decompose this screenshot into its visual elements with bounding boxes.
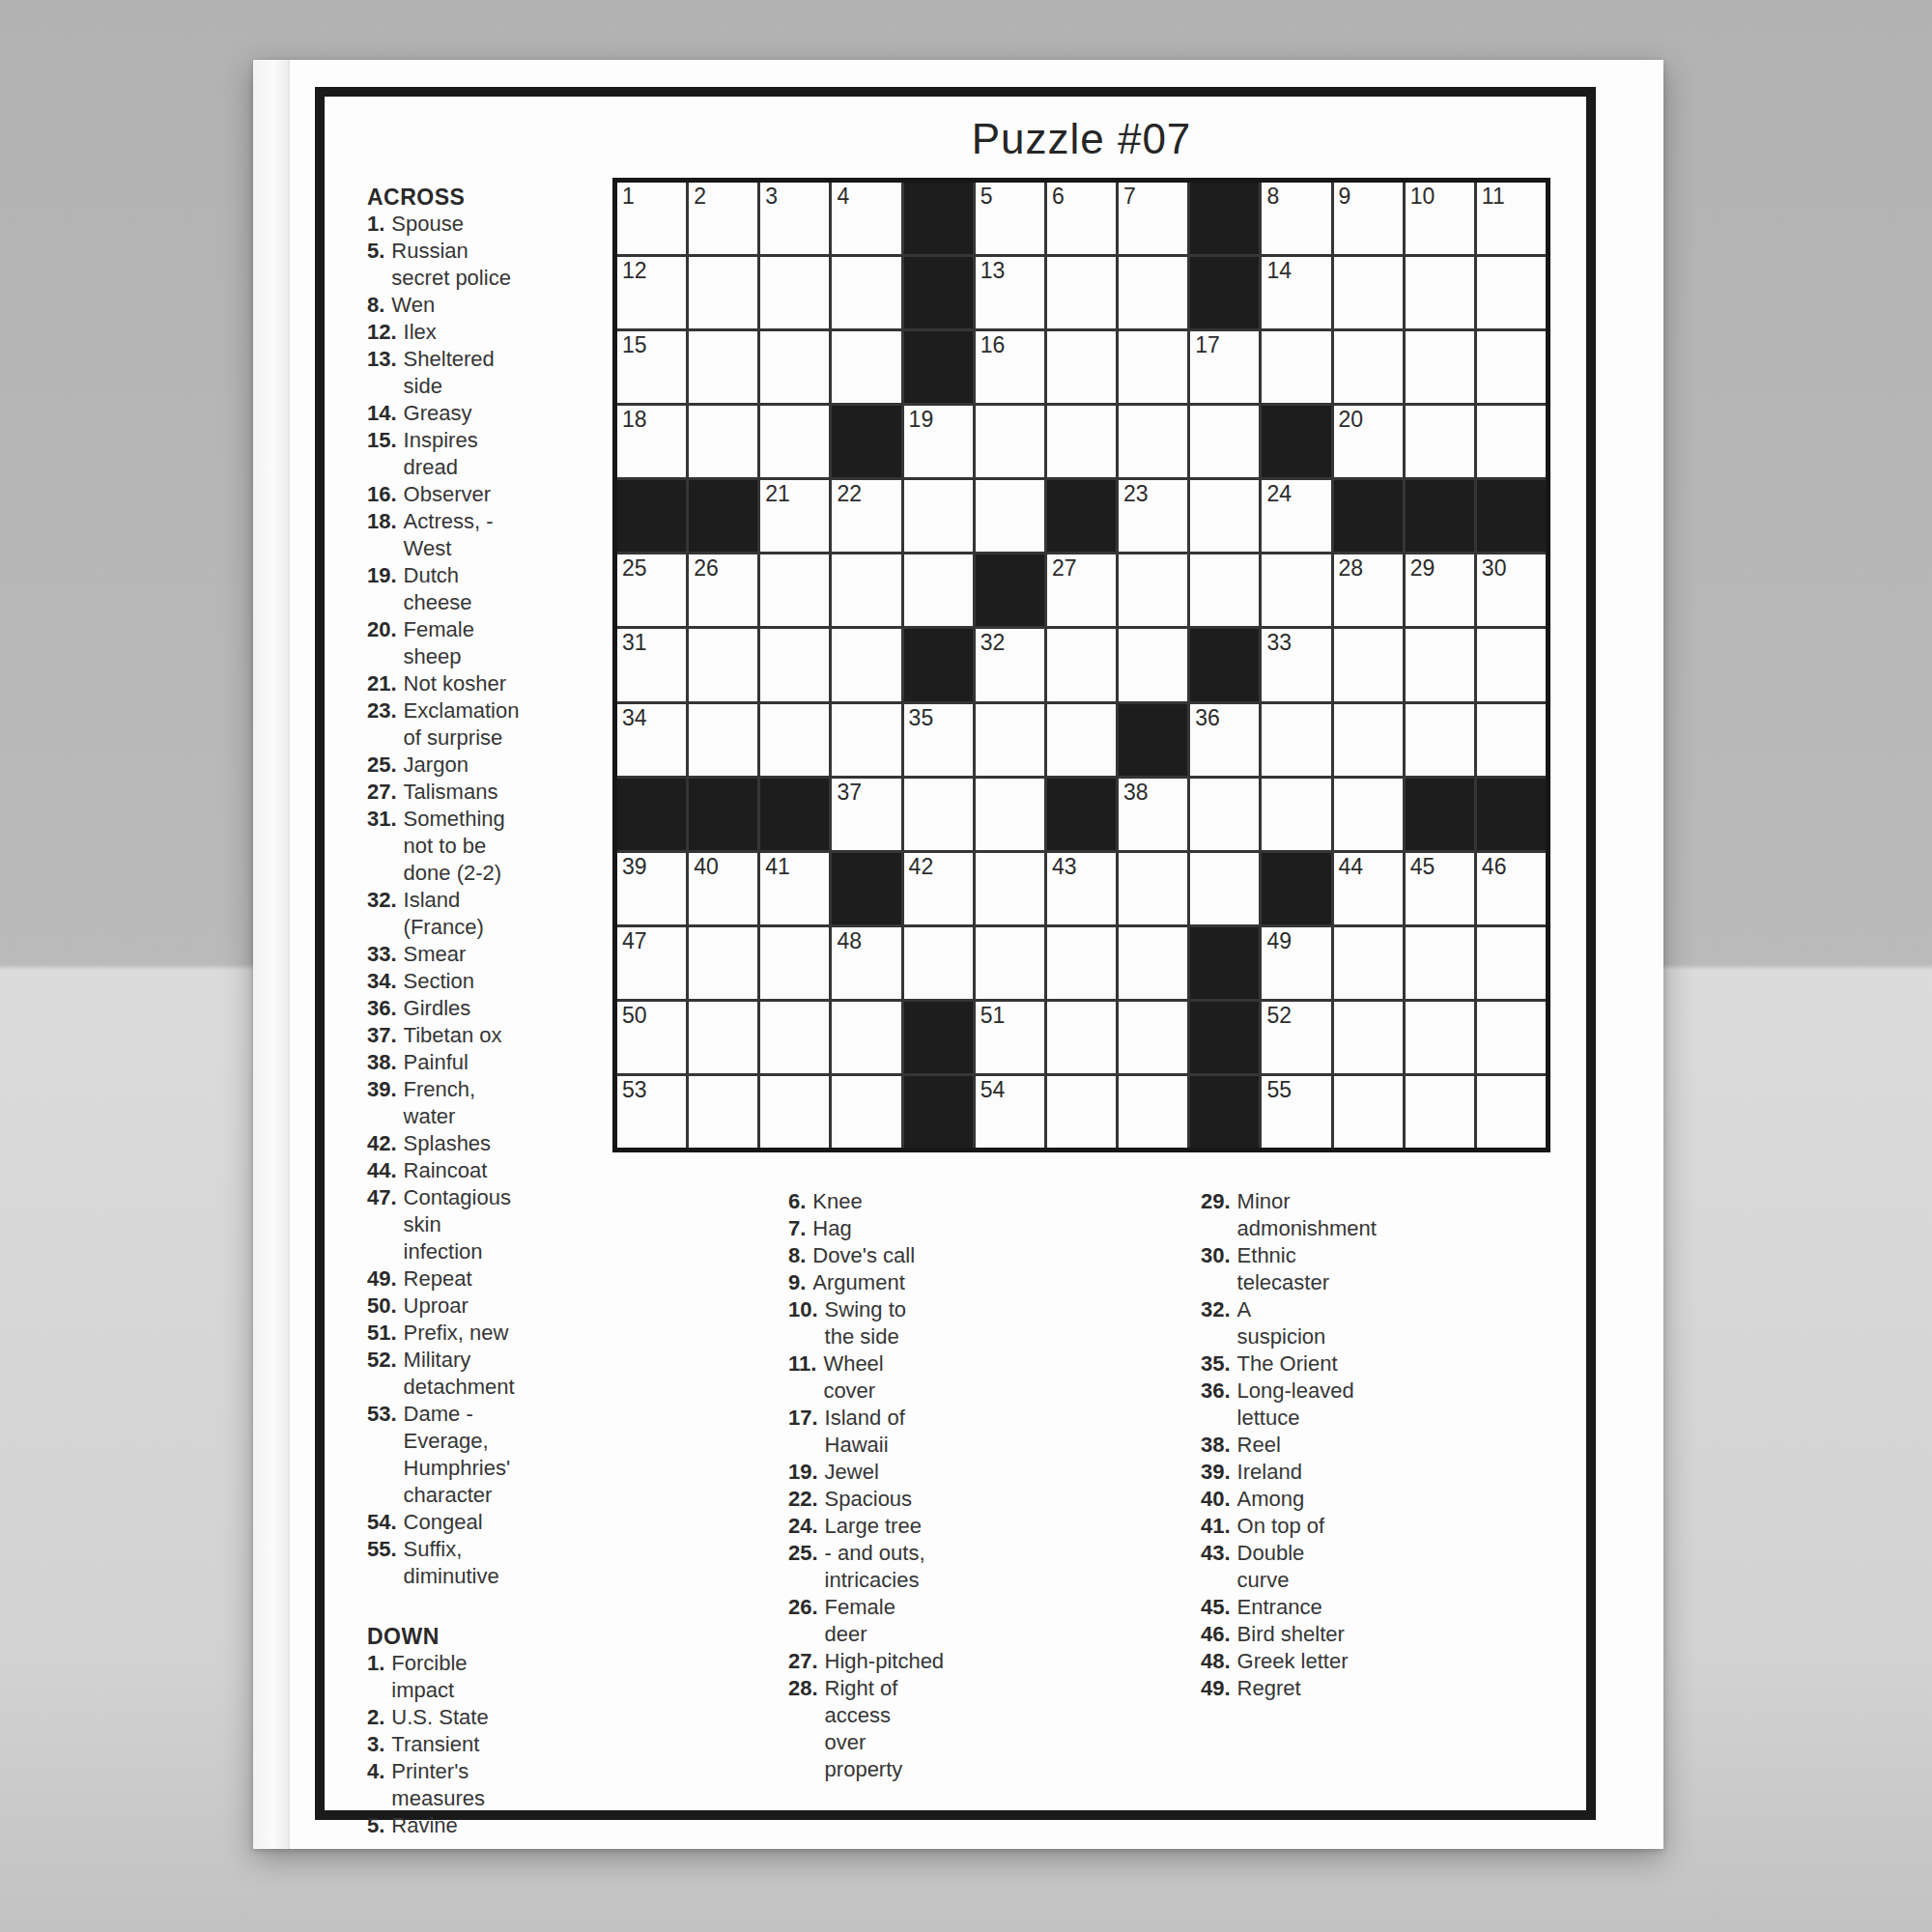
clue-text: Smear	[404, 941, 467, 968]
clue-text: Section	[404, 968, 474, 995]
grid-cell-black	[904, 1002, 973, 1073]
grid-cell	[832, 331, 900, 403]
grid-cell	[1119, 554, 1187, 626]
clue-text: Not kosher	[404, 670, 506, 697]
clue-number: 24.	[788, 1513, 818, 1540]
clue-number: 52.	[367, 1347, 397, 1374]
grid-cell	[689, 704, 757, 776]
clue-text: Minor admonishment	[1237, 1188, 1377, 1242]
grid-cell: 1	[617, 183, 686, 254]
grid-cell	[1190, 480, 1259, 552]
clue-text: Talismans	[404, 779, 498, 806]
clue-number: 48.	[1201, 1648, 1231, 1675]
clue-item: 26.Female deer	[788, 1594, 1030, 1648]
clue-text: Russian secret police	[391, 238, 511, 292]
clue-text: Bird shelter	[1237, 1621, 1345, 1648]
clue-text: Sheltered side	[404, 346, 495, 400]
grid-cell: 37	[832, 779, 900, 850]
clue-number: 16.	[367, 481, 397, 508]
clue-text: The Orient	[1237, 1350, 1338, 1378]
grid-cell: 5	[976, 183, 1044, 254]
clue-number: 38.	[1201, 1432, 1231, 1459]
clue-item: 8.Dove's call	[788, 1242, 1030, 1269]
clue-item: 20.Female sheep	[367, 616, 599, 670]
cell-number: 18	[622, 408, 647, 432]
grid-cell: 26	[689, 554, 757, 626]
clue-text: Dutch cheese	[404, 562, 472, 616]
cell-number: 51	[980, 1004, 1006, 1028]
clue-number: 38.	[367, 1049, 397, 1076]
grid-cell-black	[1047, 480, 1116, 552]
grid-cell: 36	[1190, 704, 1259, 776]
grid-cell	[1047, 1076, 1116, 1148]
clue-text: Spacious	[825, 1486, 913, 1513]
clue-number: 25.	[788, 1540, 818, 1567]
grid-cell: 47	[617, 927, 686, 999]
clue-item: 11.Wheel cover	[788, 1350, 1030, 1405]
clue-item: 32.A suspicion	[1201, 1296, 1454, 1350]
clue-number: 19.	[788, 1459, 818, 1486]
clue-item: 29.Minor admonishment	[1201, 1188, 1454, 1242]
grid-cell	[1190, 554, 1259, 626]
clue-item: 36.Long-leaved lettuce	[1201, 1378, 1454, 1432]
grid-cell: 8	[1262, 183, 1330, 254]
clue-number: 13.	[367, 346, 397, 373]
clue-number: 35.	[1201, 1350, 1231, 1378]
grid-cell	[689, 406, 757, 477]
grid-cell	[1262, 331, 1330, 403]
grid-cell	[832, 257, 900, 328]
grid-cell	[1334, 629, 1403, 700]
grid-cell	[1047, 331, 1116, 403]
grid-cell	[832, 554, 900, 626]
grid-cell	[1406, 406, 1474, 477]
clue-number: 36.	[367, 995, 397, 1022]
clue-number: 22.	[788, 1486, 818, 1513]
clue-number: 11.	[788, 1350, 816, 1378]
grid-cell: 46	[1477, 853, 1546, 924]
clue-number: 12.	[367, 319, 397, 346]
grid-cell-black	[1477, 480, 1546, 552]
clue-number: 33.	[367, 941, 397, 968]
grid-cell	[1047, 1002, 1116, 1073]
clue-item: 10.Swing to the side	[788, 1296, 1030, 1350]
grid-cell	[1477, 704, 1546, 776]
grid-cell: 44	[1334, 853, 1403, 924]
grid-cell	[1047, 257, 1116, 328]
cell-number: 2	[694, 185, 706, 209]
cell-number: 4	[837, 185, 849, 209]
clue-item: 44.Raincoat	[367, 1157, 599, 1184]
clue-number: 41.	[1201, 1513, 1231, 1540]
grid-cell	[1047, 406, 1116, 477]
grid-cell	[976, 927, 1044, 999]
grid-cell	[1477, 257, 1546, 328]
clue-text: Greek letter	[1237, 1648, 1349, 1675]
down-list-right: 29.Minor admonishment30.Ethnic telecaste…	[1201, 1188, 1454, 1702]
grid-cell-black	[832, 406, 900, 477]
clue-text: Among	[1237, 1486, 1305, 1513]
cell-number: 28	[1339, 556, 1364, 581]
clue-item: 35.The Orient	[1201, 1350, 1454, 1378]
clue-item: 36.Girdles	[367, 995, 599, 1022]
clue-item: 27.High-pitched	[788, 1648, 1030, 1675]
clue-item: 4.Printer's measures	[367, 1758, 599, 1812]
clue-text: Repeat	[404, 1265, 472, 1293]
clue-text: Knee	[812, 1188, 862, 1215]
cell-number: 52	[1266, 1004, 1292, 1028]
clue-item: 25.Jargon	[367, 752, 599, 779]
cell-number: 13	[980, 259, 1006, 283]
clue-text: U.S. State	[391, 1704, 488, 1731]
cell-number: 37	[837, 781, 862, 805]
grid-cell: 21	[760, 480, 829, 552]
clue-number: 54.	[367, 1509, 397, 1536]
grid-cell-black	[904, 257, 973, 328]
clue-number: 28.	[788, 1675, 818, 1702]
cell-number: 32	[980, 631, 1006, 655]
cell-number: 31	[622, 631, 647, 655]
clue-number: 53.	[367, 1401, 397, 1428]
cell-number: 25	[622, 556, 647, 581]
grid-cell	[1119, 927, 1187, 999]
grid-cell-black	[689, 480, 757, 552]
cell-number: 29	[1410, 556, 1435, 581]
grid-cell: 50	[617, 1002, 686, 1073]
clue-text: - and outs, intricacies	[825, 1540, 925, 1594]
clue-text: Large tree	[825, 1513, 922, 1540]
clue-number: 6.	[788, 1188, 806, 1215]
cell-number: 36	[1195, 706, 1220, 730]
clue-number: 9.	[788, 1269, 806, 1296]
down-clues-middle-column: 6.Knee7.Hag8.Dove's call9.Argument10.Swi…	[788, 1188, 1030, 1783]
grid-cell: 32	[976, 629, 1044, 700]
grid-cell-black	[1119, 704, 1187, 776]
grid-cell: 39	[617, 853, 686, 924]
grid-cell: 24	[1262, 480, 1330, 552]
grid-cell-black	[689, 779, 757, 850]
cell-number: 12	[622, 259, 647, 283]
grid-cell	[760, 704, 829, 776]
grid-cell: 49	[1262, 927, 1330, 999]
clue-number: 4.	[367, 1758, 384, 1785]
clue-number: 5.	[367, 1812, 384, 1839]
grid-cell: 31	[617, 629, 686, 700]
grid-cell	[689, 331, 757, 403]
clue-item: 14.Greasy	[367, 400, 599, 427]
grid-cell-black	[1334, 480, 1403, 552]
clue-item: 25.- and outs, intricacies	[788, 1540, 1030, 1594]
grid-cell: 12	[617, 257, 686, 328]
clue-number: 30.	[1201, 1242, 1231, 1269]
cell-number: 8	[1266, 185, 1279, 209]
cell-number: 15	[622, 333, 647, 357]
clue-text: Military detachment	[404, 1347, 515, 1401]
grid-cell	[1047, 704, 1116, 776]
clue-number: 43.	[1201, 1540, 1231, 1567]
clue-item: 17.Island of Hawaii	[788, 1405, 1030, 1459]
paper-sheet: Puzzle #07 12345678910111213141516171819…	[253, 60, 1663, 1849]
grid-cell: 23	[1119, 480, 1187, 552]
clue-item: 52.Military detachment	[367, 1347, 599, 1401]
clue-text: Argument	[812, 1269, 904, 1296]
grid-cell	[760, 629, 829, 700]
clue-text: Ethnic telecaster	[1237, 1242, 1329, 1296]
cell-number: 16	[980, 333, 1006, 357]
grid-cell	[1119, 1076, 1187, 1148]
grid-cell-black	[760, 779, 829, 850]
clue-item: 24.Large tree	[788, 1513, 1030, 1540]
clue-text: Transient	[391, 1731, 479, 1758]
clue-text: Splashes	[404, 1130, 492, 1157]
grid-cell	[1334, 1002, 1403, 1073]
grid-cell: 34	[617, 704, 686, 776]
grid-cell: 51	[976, 1002, 1044, 1073]
cell-number: 11	[1482, 185, 1505, 209]
clue-item: 28.Right of access over property	[788, 1675, 1030, 1783]
cell-number: 19	[909, 408, 934, 432]
cell-number: 35	[909, 706, 934, 730]
grid-cell	[760, 331, 829, 403]
grid-cell-black	[904, 629, 973, 700]
clue-item: 49.Regret	[1201, 1675, 1454, 1702]
clue-text: Observer	[404, 481, 491, 508]
clue-number: 10.	[788, 1296, 818, 1323]
grid-cell-black	[1190, 629, 1259, 700]
clue-item: 5.Ravine	[367, 1812, 599, 1839]
clue-text: Hag	[812, 1215, 851, 1242]
grid-cell	[1190, 853, 1259, 924]
grid-cell	[689, 1002, 757, 1073]
clue-item: 3.Transient	[367, 1731, 599, 1758]
grid-cell-black	[1047, 779, 1116, 850]
grid-cell	[1334, 257, 1403, 328]
grid-cell	[689, 257, 757, 328]
clue-text: Reel	[1237, 1432, 1281, 1459]
clue-number: 7.	[788, 1215, 806, 1242]
clue-text: Girdles	[404, 995, 471, 1022]
grid-cell: 19	[904, 406, 973, 477]
grid-cell: 38	[1119, 779, 1187, 850]
down-header: DOWN	[367, 1623, 599, 1650]
clue-number: 32.	[367, 887, 397, 914]
clue-item: 43.Double curve	[1201, 1540, 1454, 1594]
clue-text: Female deer	[825, 1594, 895, 1648]
grid-cell: 54	[976, 1076, 1044, 1148]
cell-number: 46	[1482, 855, 1507, 879]
clue-item: 39.Ireland	[1201, 1459, 1454, 1486]
clue-item: 48.Greek letter	[1201, 1648, 1454, 1675]
clue-text: Ilex	[404, 319, 437, 346]
clue-item: 54.Congeal	[367, 1509, 599, 1536]
grid-cell	[1334, 704, 1403, 776]
grid-cell: 42	[904, 853, 973, 924]
grid-cell	[1119, 257, 1187, 328]
grid-cell: 40	[689, 853, 757, 924]
clue-item: 18.Actress, - West	[367, 508, 599, 562]
clue-number: 36.	[1201, 1378, 1231, 1405]
grid-cell: 28	[1334, 554, 1403, 626]
clue-item: 38.Painful	[367, 1049, 599, 1076]
grid-cell	[1119, 331, 1187, 403]
across-header: ACROSS	[367, 184, 599, 211]
cell-number: 22	[837, 482, 862, 506]
grid-cell: 18	[617, 406, 686, 477]
cell-number: 21	[765, 482, 790, 506]
grid-cell: 10	[1406, 183, 1474, 254]
grid-cell: 27	[1047, 554, 1116, 626]
grid-cell	[904, 779, 973, 850]
grid-cell	[760, 554, 829, 626]
grid-cell: 52	[1262, 1002, 1330, 1073]
clue-item: 41.On top of	[1201, 1513, 1454, 1540]
grid-cell	[1406, 257, 1474, 328]
grid-cell	[1477, 331, 1546, 403]
clue-number: 29.	[1201, 1188, 1231, 1215]
clue-text: Contagious skin infection	[404, 1184, 511, 1265]
grid-cell-black	[976, 554, 1044, 626]
grid-cell	[1262, 554, 1330, 626]
clue-number: 49.	[1201, 1675, 1231, 1702]
clue-number: 47.	[367, 1184, 397, 1211]
grid-cell	[1406, 927, 1474, 999]
clue-text: Jewel	[825, 1459, 879, 1486]
clue-item: 50.Uproar	[367, 1293, 599, 1320]
grid-cell-black	[617, 480, 686, 552]
grid-cell	[1119, 629, 1187, 700]
clue-item: 13.Sheltered side	[367, 346, 599, 400]
clue-text: Printer's measures	[391, 1758, 485, 1812]
grid-cell: 2	[689, 183, 757, 254]
clue-number: 51.	[367, 1320, 397, 1347]
grid-cell: 35	[904, 704, 973, 776]
clue-item: 30.Ethnic telecaster	[1201, 1242, 1454, 1296]
clue-text: Greasy	[404, 400, 472, 427]
grid-cell: 29	[1406, 554, 1474, 626]
grid-cell-black	[1190, 257, 1259, 328]
clue-number: 34.	[367, 968, 397, 995]
clue-text: Island of Hawaii	[825, 1405, 905, 1459]
clue-number: 25.	[367, 752, 397, 779]
clue-text: Island (France)	[404, 887, 484, 941]
grid-cell	[904, 554, 973, 626]
down-clues-right-column: 29.Minor admonishment30.Ethnic telecaste…	[1201, 1188, 1454, 1702]
clue-item: 46.Bird shelter	[1201, 1621, 1454, 1648]
grid-cell: 22	[832, 480, 900, 552]
cell-number: 20	[1339, 408, 1364, 432]
clue-number: 31.	[367, 806, 397, 833]
clue-text: Spouse	[391, 211, 464, 238]
grid-cell	[760, 1002, 829, 1073]
clue-number: 14.	[367, 400, 397, 427]
clue-item: 5.Russian secret police	[367, 238, 599, 292]
grid-cell	[1477, 406, 1546, 477]
clue-number: 5.	[367, 238, 384, 265]
grid-cell-black	[1190, 1002, 1259, 1073]
grid-cell	[760, 257, 829, 328]
grid-cell-black	[1262, 406, 1330, 477]
grid-cell	[976, 779, 1044, 850]
clue-number: 44.	[367, 1157, 397, 1184]
clue-text: Regret	[1237, 1675, 1301, 1702]
across-list: 1.Spouse5.Russian secret police8.Wen12.I…	[367, 211, 599, 1590]
clue-number: 1.	[367, 211, 384, 238]
cell-number: 3	[765, 185, 778, 209]
grid-cell: 11	[1477, 183, 1546, 254]
clue-number: 32.	[1201, 1296, 1231, 1323]
clue-number: 1.	[367, 1650, 384, 1677]
cell-number: 54	[980, 1078, 1006, 1102]
clue-number: 3.	[367, 1731, 384, 1758]
clue-item: 55.Suffix, diminutive	[367, 1536, 599, 1590]
cell-number: 39	[622, 855, 647, 879]
clue-number: 8.	[788, 1242, 806, 1269]
grid-cell	[832, 704, 900, 776]
grid-cell: 9	[1334, 183, 1403, 254]
clue-number: 17.	[788, 1405, 818, 1432]
cell-number: 44	[1339, 855, 1364, 879]
clue-item: 12.Ilex	[367, 319, 599, 346]
clue-item: 47.Contagious skin infection	[367, 1184, 599, 1265]
grid-cell: 3	[760, 183, 829, 254]
clue-text: Painful	[404, 1049, 469, 1076]
clue-number: 55.	[367, 1536, 397, 1563]
clue-item: 31.Something not to be done (2-2)	[367, 806, 599, 887]
cell-number: 47	[622, 929, 647, 953]
clue-text: Inspires dread	[404, 427, 478, 481]
grid-cell-black	[1190, 927, 1259, 999]
clue-number: 42.	[367, 1130, 397, 1157]
grid-cell: 15	[617, 331, 686, 403]
cell-number: 33	[1266, 631, 1292, 655]
clue-item: 32.Island (France)	[367, 887, 599, 941]
grid-cell	[832, 1002, 900, 1073]
cell-number: 42	[909, 855, 934, 879]
across-clues-column: ACROSS 1.Spouse5.Russian secret police8.…	[367, 184, 599, 1839]
cell-number: 5	[980, 185, 993, 209]
clue-text: Entrance	[1237, 1594, 1322, 1621]
clue-text: Swing to the side	[825, 1296, 906, 1350]
grid-cell-black	[1262, 853, 1330, 924]
cell-number: 6	[1052, 185, 1065, 209]
clue-item: 51.Prefix, new	[367, 1320, 599, 1347]
cell-number: 7	[1123, 185, 1136, 209]
cell-number: 45	[1410, 855, 1435, 879]
clue-number: 8.	[367, 292, 384, 319]
cell-number: 49	[1266, 929, 1292, 953]
grid-cell	[1262, 779, 1330, 850]
cell-number: 50	[622, 1004, 647, 1028]
clue-text: Exclamation of surprise	[404, 697, 520, 752]
clue-number: 15.	[367, 427, 397, 454]
clue-text: On top of	[1237, 1513, 1325, 1540]
clue-item: 21.Not kosher	[367, 670, 599, 697]
clue-number: 37.	[367, 1022, 397, 1049]
clue-text: Wheel cover	[823, 1350, 883, 1405]
grid-cell	[1477, 1076, 1546, 1148]
grid-cell	[1334, 331, 1403, 403]
clue-item: 49.Repeat	[367, 1265, 599, 1293]
clue-text: Something not to be done (2-2)	[404, 806, 505, 887]
cell-number: 30	[1482, 556, 1507, 581]
grid-cell	[1119, 406, 1187, 477]
clue-text: Uproar	[404, 1293, 469, 1320]
clue-text: Female sheep	[404, 616, 474, 670]
grid-cell	[689, 927, 757, 999]
clue-item: 22.Spacious	[788, 1486, 1030, 1513]
clue-text: Forcible impact	[391, 1650, 467, 1704]
grid-cell: 45	[1406, 853, 1474, 924]
